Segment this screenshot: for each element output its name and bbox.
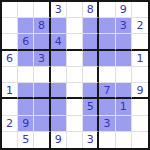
cell-r9c3[interactable] (34, 132, 50, 148)
cell-r1c4[interactable]: 3 (51, 2, 67, 18)
cell-r8c5[interactable] (67, 116, 83, 132)
cell-r7c4[interactable] (51, 99, 67, 115)
cell-r1c9[interactable] (132, 2, 148, 18)
cell-r2c5[interactable] (67, 18, 83, 34)
cell-r5c6[interactable] (83, 67, 99, 83)
cell-r7c8[interactable]: 1 (116, 99, 132, 115)
cell-r9c4[interactable]: 9 (51, 132, 67, 148)
cell-r8c4[interactable] (51, 116, 67, 132)
cell-r8c2[interactable]: 9 (18, 116, 34, 132)
cell-r9c6[interactable]: 3 (83, 132, 99, 148)
cell-r2c2[interactable] (18, 18, 34, 34)
cell-r3c9[interactable] (132, 34, 148, 50)
cell-r7c9[interactable] (132, 99, 148, 115)
cell-r2c8[interactable]: 3 (116, 18, 132, 34)
cell-r7c2[interactable] (18, 99, 34, 115)
cell-r4c2[interactable] (18, 51, 34, 67)
cell-r4c7[interactable] (99, 51, 115, 67)
cell-r1c2[interactable] (18, 2, 34, 18)
cell-r1c5[interactable] (67, 2, 83, 18)
cell-r4c4[interactable] (51, 51, 67, 67)
cell-r8c8[interactable] (116, 116, 132, 132)
cell-r4c1[interactable]: 6 (2, 51, 18, 67)
cell-r7c1[interactable] (2, 99, 18, 115)
cell-r6c6[interactable] (83, 83, 99, 99)
cell-r1c8[interactable]: 9 (116, 2, 132, 18)
cell-r3c7[interactable] (99, 34, 115, 50)
cell-r6c2[interactable] (18, 83, 34, 99)
cell-r1c3[interactable] (34, 2, 50, 18)
cell-r6c7[interactable]: 7 (99, 83, 115, 99)
cell-r4c5[interactable] (67, 51, 83, 67)
cell-r2c4[interactable] (51, 18, 67, 34)
cell-r4c9[interactable]: 1 (132, 51, 148, 67)
cell-r1c1[interactable] (2, 2, 18, 18)
cell-r6c1[interactable]: 1 (2, 83, 18, 99)
cell-r8c9[interactable] (132, 116, 148, 132)
cell-r5c9[interactable] (132, 67, 148, 83)
cell-r6c9[interactable]: 9 (132, 83, 148, 99)
cell-r6c8[interactable] (116, 83, 132, 99)
cell-r9c1[interactable] (2, 132, 18, 148)
cell-r5c3[interactable] (34, 67, 50, 83)
cell-r2c3[interactable]: 8 (34, 18, 50, 34)
cell-r3c5[interactable] (67, 34, 83, 50)
cell-r2c9[interactable]: 2 (132, 18, 148, 34)
sudoku-board: 3898326463117951293593 (0, 0, 150, 150)
cell-r5c8[interactable] (116, 67, 132, 83)
cell-r6c4[interactable] (51, 83, 67, 99)
cell-r5c1[interactable] (2, 67, 18, 83)
cell-r3c2[interactable]: 6 (18, 34, 34, 50)
cell-r5c2[interactable] (18, 67, 34, 83)
cell-r3c3[interactable] (34, 34, 50, 50)
cell-r3c6[interactable] (83, 34, 99, 50)
cell-r8c1[interactable]: 2 (2, 116, 18, 132)
cell-r6c5[interactable] (67, 83, 83, 99)
cell-r2c1[interactable] (2, 18, 18, 34)
cell-r1c7[interactable] (99, 2, 115, 18)
cell-r1c6[interactable]: 8 (83, 2, 99, 18)
cell-r9c8[interactable] (116, 132, 132, 148)
cell-r9c5[interactable] (67, 132, 83, 148)
cell-r3c1[interactable] (2, 34, 18, 50)
cell-r9c7[interactable] (99, 132, 115, 148)
cell-r6c3[interactable] (34, 83, 50, 99)
cell-r5c5[interactable] (67, 67, 83, 83)
cell-r7c7[interactable] (99, 99, 115, 115)
cell-r5c4[interactable] (51, 67, 67, 83)
cell-r4c3[interactable]: 3 (34, 51, 50, 67)
cell-r9c9[interactable] (132, 132, 148, 148)
cell-r8c3[interactable] (34, 116, 50, 132)
cell-r7c6[interactable]: 5 (83, 99, 99, 115)
cell-r4c8[interactable] (116, 51, 132, 67)
cell-r4c6[interactable] (83, 51, 99, 67)
cell-r3c8[interactable] (116, 34, 132, 50)
cell-r2c6[interactable] (83, 18, 99, 34)
cell-r5c7[interactable] (99, 67, 115, 83)
cell-r7c3[interactable] (34, 99, 50, 115)
cell-r2c7[interactable] (99, 18, 115, 34)
cell-r7c5[interactable] (67, 99, 83, 115)
cell-r3c4[interactable]: 4 (51, 34, 67, 50)
cell-r8c7[interactable]: 3 (99, 116, 115, 132)
cell-r8c6[interactable] (83, 116, 99, 132)
cell-r9c2[interactable]: 5 (18, 132, 34, 148)
